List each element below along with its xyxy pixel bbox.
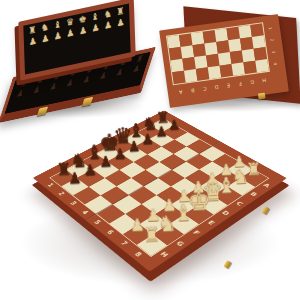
stored-light-piece: ♟ xyxy=(66,27,74,39)
stored-light-piece: ♟ xyxy=(54,30,62,42)
product-photo-scene: ♜♞♝♛♚♝♞♜♟♟♟♟♟♟♟♟ ♜♞♝♛♚♝♞♜♟♟♟♟♟♟♟♟ ABCDEF… xyxy=(0,0,300,300)
stored-dark-piece: ♟ xyxy=(115,67,125,78)
folded-rank-label: 3 xyxy=(268,46,281,58)
stored-light-piece: ♟ xyxy=(79,25,87,37)
stored-light-piece: ♝ xyxy=(91,11,99,23)
folded-board-square xyxy=(255,59,269,73)
folded-rank-label: 2 xyxy=(266,34,279,46)
piece-light-rook: ♜ xyxy=(140,225,163,245)
folded-rank-label: 1 xyxy=(264,22,277,34)
board-hinge-icon xyxy=(262,206,270,215)
stored-dark-piece: ♟ xyxy=(15,88,25,99)
folded-board-clasp-icon xyxy=(258,93,266,100)
stored-dark-piece: ♟ xyxy=(48,81,58,92)
folded-rank-label: 4 xyxy=(269,58,282,70)
stored-light-piece: ♟ xyxy=(117,17,125,29)
stored-light-piece: ♜ xyxy=(28,24,36,36)
rank-label: 1 xyxy=(39,178,62,192)
board-grid: ♜♞♝♚♛♝♞♜♟♟♟♟♟♟♟♟♟♟♟♟♟♟♟♟♜♞♝♚♛♝♞♜ xyxy=(51,119,268,256)
stored-dark-piece: ♟ xyxy=(81,74,91,85)
stored-light-piece: ♝ xyxy=(53,19,61,31)
stored-light-piece: ♟ xyxy=(104,19,112,31)
board-3d-tilt: ♜♞♝♚♛♝♞♜♟♟♟♟♟♟♟♟♟♟♟♟♟♟♟♟♜♞♝♚♛♝♞♜ 1234567… xyxy=(33,110,287,271)
stored-dark-piece: ♟ xyxy=(98,70,108,81)
stored-light-piece: ♚ xyxy=(79,13,87,25)
stored-dark-piece: ♟ xyxy=(131,63,141,74)
piece-dark-pawn: ♟ xyxy=(65,171,85,187)
stored-light-piece: ♟ xyxy=(41,33,49,45)
box-latch-icon xyxy=(37,106,48,116)
stored-light-piece: ♞ xyxy=(41,21,49,33)
stored-dark-piece: ♟ xyxy=(32,84,42,95)
board-frame: ♜♞♝♚♛♝♞♜♟♟♟♟♟♟♟♟♟♟♟♟♟♟♟♟♜♞♝♚♛♝♞♜ 1234567… xyxy=(33,110,287,271)
stored-light-piece: ♛ xyxy=(66,16,74,28)
rank-label: 2 xyxy=(50,186,74,201)
stored-light-piece: ♟ xyxy=(29,35,37,47)
stored-light-piece: ♜ xyxy=(116,5,124,17)
folded-file-label: H xyxy=(257,74,271,88)
main-chess-board: ♜♞♝♚♛♝♞♜♟♟♟♟♟♟♟♟♟♟♟♟♟♟♟♟♜♞♝♚♛♝♞♜ 1234567… xyxy=(63,83,252,272)
stored-dark-piece: ♟ xyxy=(65,77,75,88)
stored-light-piece: ♞ xyxy=(104,8,112,20)
stored-light-piece: ♟ xyxy=(91,22,99,34)
